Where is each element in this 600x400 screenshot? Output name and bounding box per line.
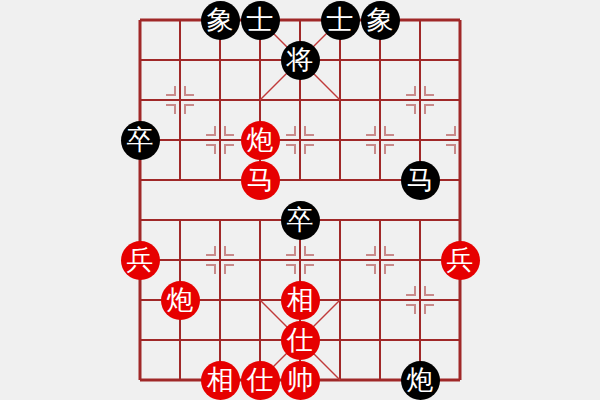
black-advisor[interactable]: 士 (241, 1, 280, 40)
red-elephant[interactable]: 相 (281, 281, 320, 320)
black-horse[interactable]: 马 (401, 161, 440, 200)
black-advisor[interactable]: 士 (321, 1, 360, 40)
red-general[interactable]: 帅 (281, 361, 320, 400)
black-soldier[interactable]: 卒 (121, 121, 160, 160)
red-cannon[interactable]: 炮 (241, 121, 280, 160)
red-horse[interactable]: 马 (241, 161, 280, 200)
red-cannon[interactable]: 炮 (161, 281, 200, 320)
black-elephant[interactable]: 象 (361, 1, 400, 40)
xiangqi-board: 象士士象将卒炮马马卒兵兵炮相仕相仕帅炮 (0, 0, 600, 400)
black-soldier[interactable]: 卒 (281, 201, 320, 240)
red-elephant[interactable]: 相 (201, 361, 240, 400)
red-soldier[interactable]: 兵 (121, 241, 160, 280)
black-cannon[interactable]: 炮 (401, 361, 440, 400)
red-soldier[interactable]: 兵 (441, 241, 480, 280)
pieces-layer: 象士士象将卒炮马马卒兵兵炮相仕相仕帅炮 (0, 0, 600, 400)
black-elephant[interactable]: 象 (201, 1, 240, 40)
red-advisor[interactable]: 仕 (281, 321, 320, 360)
red-advisor[interactable]: 仕 (241, 361, 280, 400)
black-general[interactable]: 将 (281, 41, 320, 80)
